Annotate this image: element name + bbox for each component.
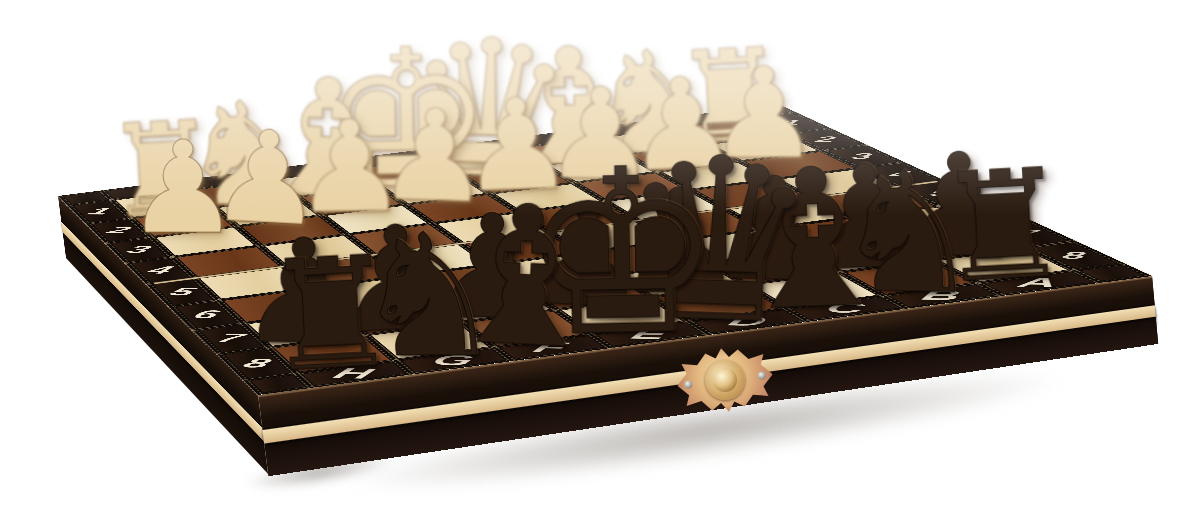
chess-set-photo: 1122334455667788HGFEDCBA ♜♞♝♛♚♝♞♜♟♟♟♟♟♟♟… [0,0,1200,510]
rank-label-left-4: 4 [132,259,189,283]
coordinate-text: C [823,301,866,315]
coordinate-text: 3 [850,152,874,160]
coordinate-text: 5 [166,286,200,297]
rim-corner [1081,265,1142,280]
coordinate-text: 1 [84,207,115,216]
coordinate-text: 1 [779,119,802,126]
coordinate-text: 7 [213,332,248,344]
coordinate-text: 8 [1061,250,1087,260]
coordinate-text: F [531,340,571,355]
rank-label-left-3: 3 [112,239,167,262]
coordinate-text: 4 [888,170,912,178]
box-clasp [673,342,776,417]
coordinate-text: G [428,353,478,368]
rim-corner [251,375,305,392]
coordinate-text: 4 [144,265,177,276]
rank-label-left-5: 5 [154,280,213,305]
coordinate-text: 8 [239,357,275,370]
coordinate-text: 3 [123,245,155,255]
coordinate-text: B [920,288,963,302]
rank-label-left-2: 2 [92,220,145,242]
coordinate-text: 6 [189,309,223,321]
coordinate-text: 2 [814,135,838,143]
coordinate-text: D [725,314,769,328]
rank-label-left-1: 1 [74,201,126,222]
coordinate-text: H [329,366,377,381]
coordinate-text: 5 [928,189,953,198]
coordinate-text: A [1017,276,1059,290]
coordinate-text: 7 [1015,229,1040,239]
coordinate-text: 2 [103,225,135,235]
coordinate-text: E [628,327,670,341]
coordinate-text: 6 [970,208,995,217]
